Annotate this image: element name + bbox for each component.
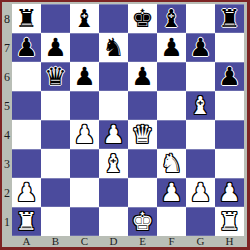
square-f6[interactable] bbox=[157, 62, 186, 91]
file-label-e: E bbox=[128, 236, 157, 247]
piece-black-king-e8[interactable]: ♚ bbox=[131, 4, 153, 33]
piece-black-queen-b6[interactable]: ♛ bbox=[44, 62, 66, 91]
file-label-c: C bbox=[70, 236, 99, 247]
square-d2[interactable] bbox=[99, 178, 128, 207]
piece-black-pawn-c6[interactable]: ♟ bbox=[73, 62, 95, 91]
square-g8[interactable] bbox=[186, 4, 215, 33]
square-d5[interactable] bbox=[99, 91, 128, 120]
piece-black-pawn-g7[interactable]: ♟ bbox=[189, 33, 211, 62]
piece-black-rook-h8[interactable]: ♜ bbox=[218, 4, 240, 33]
piece-white-king-e1[interactable]: ♚ bbox=[131, 207, 153, 236]
piece-black-pawn-b7[interactable]: ♟ bbox=[44, 33, 66, 62]
file-label-h: H bbox=[215, 236, 244, 247]
square-c7[interactable] bbox=[70, 33, 99, 62]
rank-label-7: 7 bbox=[2, 33, 12, 62]
square-c8[interactable]: ♝ bbox=[70, 4, 99, 33]
square-h2[interactable]: ♟ bbox=[215, 178, 244, 207]
piece-black-rook-a8[interactable]: ♜ bbox=[15, 4, 37, 33]
square-h4[interactable] bbox=[215, 120, 244, 149]
rank-label-1: 1 bbox=[2, 207, 12, 236]
rank-label-3: 3 bbox=[2, 149, 12, 178]
piece-white-rook-h1[interactable]: ♜ bbox=[218, 207, 240, 236]
piece-white-pawn-c4[interactable]: ♟ bbox=[73, 120, 95, 149]
piece-white-pawn-h2[interactable]: ♟ bbox=[218, 178, 240, 207]
square-e8[interactable]: ♚ bbox=[128, 4, 157, 33]
square-f2[interactable]: ♟ bbox=[157, 178, 186, 207]
square-g2[interactable]: ♟ bbox=[186, 178, 215, 207]
piece-white-knight-f3[interactable]: ♞ bbox=[160, 149, 182, 178]
square-c5[interactable] bbox=[70, 91, 99, 120]
square-d8[interactable] bbox=[99, 4, 128, 33]
file-labels: ABCDEFGH bbox=[12, 236, 244, 247]
square-c4[interactable]: ♟ bbox=[70, 120, 99, 149]
square-e5[interactable] bbox=[128, 91, 157, 120]
rank-label-6: 6 bbox=[2, 62, 12, 91]
square-d3[interactable]: ♝ bbox=[99, 149, 128, 178]
piece-white-bishop-g5[interactable]: ♝ bbox=[189, 91, 211, 120]
square-a1[interactable]: ♜ bbox=[12, 207, 41, 236]
square-e2[interactable] bbox=[128, 178, 157, 207]
square-e4[interactable]: ♛ bbox=[128, 120, 157, 149]
square-h6[interactable]: ♟ bbox=[215, 62, 244, 91]
square-c1[interactable] bbox=[70, 207, 99, 236]
square-a2[interactable]: ♟ bbox=[12, 178, 41, 207]
square-f4[interactable] bbox=[157, 120, 186, 149]
file-label-a: A bbox=[12, 236, 41, 247]
square-f7[interactable]: ♟ bbox=[157, 33, 186, 62]
piece-black-knight-d7[interactable]: ♞ bbox=[102, 33, 124, 62]
square-f8[interactable]: ♝ bbox=[157, 4, 186, 33]
square-b3[interactable] bbox=[41, 149, 70, 178]
square-g4[interactable] bbox=[186, 120, 215, 149]
file-label-b: B bbox=[41, 236, 70, 247]
board-mat: 87654321 ♜♝♚♝♜♟♟♞♟♟♛♟♟♟♝♟♟♛♝♞♟♟♟♟♜♚♜ ABC… bbox=[2, 2, 247, 247]
piece-black-pawn-f7[interactable]: ♟ bbox=[160, 33, 182, 62]
square-a5[interactable] bbox=[12, 91, 41, 120]
piece-white-queen-e4[interactable]: ♛ bbox=[131, 120, 153, 149]
square-g6[interactable] bbox=[186, 62, 215, 91]
square-h8[interactable]: ♜ bbox=[215, 4, 244, 33]
square-g1[interactable] bbox=[186, 207, 215, 236]
square-h3[interactable] bbox=[215, 149, 244, 178]
piece-white-bishop-d3[interactable]: ♝ bbox=[102, 149, 124, 178]
square-b5[interactable] bbox=[41, 91, 70, 120]
square-b8[interactable] bbox=[41, 4, 70, 33]
piece-black-pawn-h6[interactable]: ♟ bbox=[218, 62, 240, 91]
file-label-d: D bbox=[99, 236, 128, 247]
square-a6[interactable] bbox=[12, 62, 41, 91]
piece-black-bishop-c8[interactable]: ♝ bbox=[73, 4, 95, 33]
square-h1[interactable]: ♜ bbox=[215, 207, 244, 236]
piece-black-pawn-a7[interactable]: ♟ bbox=[15, 33, 37, 62]
square-e1[interactable]: ♚ bbox=[128, 207, 157, 236]
square-b1[interactable] bbox=[41, 207, 70, 236]
rank-label-8: 8 bbox=[2, 4, 12, 33]
piece-black-pawn-e6[interactable]: ♟ bbox=[131, 62, 153, 91]
square-e7[interactable] bbox=[128, 33, 157, 62]
file-label-g: G bbox=[186, 236, 215, 247]
square-a3[interactable] bbox=[12, 149, 41, 178]
rank-labels: 87654321 bbox=[2, 4, 12, 236]
square-e6[interactable]: ♟ bbox=[128, 62, 157, 91]
square-c2[interactable] bbox=[70, 178, 99, 207]
square-g7[interactable]: ♟ bbox=[186, 33, 215, 62]
square-f1[interactable] bbox=[157, 207, 186, 236]
square-d1[interactable] bbox=[99, 207, 128, 236]
rank-label-2: 2 bbox=[2, 178, 12, 207]
square-c3[interactable] bbox=[70, 149, 99, 178]
square-a7[interactable]: ♟ bbox=[12, 33, 41, 62]
square-b4[interactable] bbox=[41, 120, 70, 149]
piece-white-rook-a1[interactable]: ♜ bbox=[15, 207, 37, 236]
rank-label-5: 5 bbox=[2, 91, 12, 120]
square-b6[interactable]: ♛ bbox=[41, 62, 70, 91]
square-a8[interactable]: ♜ bbox=[12, 4, 41, 33]
piece-white-pawn-g2[interactable]: ♟ bbox=[189, 178, 211, 207]
square-d7[interactable]: ♞ bbox=[99, 33, 128, 62]
rank-label-4: 4 bbox=[2, 120, 12, 149]
square-h5[interactable] bbox=[215, 91, 244, 120]
square-e3[interactable] bbox=[128, 149, 157, 178]
piece-white-pawn-d4[interactable]: ♟ bbox=[102, 120, 124, 149]
square-g5[interactable]: ♝ bbox=[186, 91, 215, 120]
square-d4[interactable]: ♟ bbox=[99, 120, 128, 149]
piece-white-pawn-f2[interactable]: ♟ bbox=[160, 178, 182, 207]
square-f5[interactable] bbox=[157, 91, 186, 120]
chess-board: ♜♝♚♝♜♟♟♞♟♟♛♟♟♟♝♟♟♛♝♞♟♟♟♟♜♚♜ bbox=[12, 4, 244, 236]
square-c6[interactable]: ♟ bbox=[70, 62, 99, 91]
square-b2[interactable] bbox=[41, 178, 70, 207]
piece-white-pawn-a2[interactable]: ♟ bbox=[15, 178, 37, 207]
square-g3[interactable] bbox=[186, 149, 215, 178]
file-label-f: F bbox=[157, 236, 186, 247]
square-a4[interactable] bbox=[12, 120, 41, 149]
square-h7[interactable] bbox=[215, 33, 244, 62]
chessboard-frame: 87654321 ♜♝♚♝♜♟♟♞♟♟♛♟♟♟♝♟♟♛♝♞♟♟♟♟♜♚♜ ABC… bbox=[0, 0, 250, 250]
square-b7[interactable]: ♟ bbox=[41, 33, 70, 62]
piece-black-bishop-f8[interactable]: ♝ bbox=[160, 4, 182, 33]
square-f3[interactable]: ♞ bbox=[157, 149, 186, 178]
square-d6[interactable] bbox=[99, 62, 128, 91]
